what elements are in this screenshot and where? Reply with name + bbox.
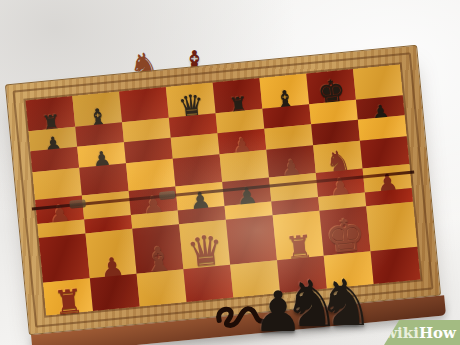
captured-black-pieces: ♟♞♞ [0,0,460,345]
photo-scene: ♞♝ ♜♝♛♜♝♚♟♟♟♟♟♞♟♟♟♟♟♟♟♝♛♜♚♜ ♟♞♞ wikiHow [0,0,460,345]
black-knight-captured: ♞ [317,271,374,335]
wikihow-how-text: How [419,324,456,342]
